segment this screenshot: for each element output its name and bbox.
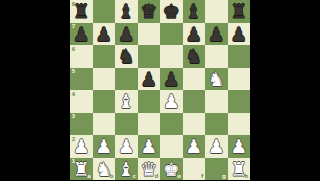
rank-label-5: 5: [72, 69, 76, 75]
black-pawn-piece[interactable]: ♟: [230, 23, 247, 46]
square-e6[interactable]: [160, 45, 183, 68]
square-a5[interactable]: 5: [70, 68, 93, 91]
white-bishop-piece[interactable]: ♝: [118, 90, 135, 113]
square-g5[interactable]: ♞: [205, 68, 228, 91]
square-g7[interactable]: ♟: [205, 23, 228, 46]
square-d7[interactable]: [138, 23, 161, 46]
white-knight-piece[interactable]: ♞: [208, 68, 225, 91]
square-b5[interactable]: [93, 68, 116, 91]
square-d2[interactable]: ♟: [138, 135, 161, 158]
letterbox-background: 8♜♝♛♚♝♜7♟♟♟♟♟♟6♞♞5♟♟♞4♝♟32♟♟♟♟♟♟♟1a♜b♞c♝…: [0, 0, 320, 180]
square-h5[interactable]: [228, 68, 251, 91]
white-rook-piece[interactable]: ♜: [230, 158, 247, 181]
square-e5[interactable]: ♟: [160, 68, 183, 91]
square-g1[interactable]: g: [205, 158, 228, 181]
square-a8[interactable]: 8♜: [70, 0, 93, 23]
square-a2[interactable]: 2♟: [70, 135, 93, 158]
square-f5[interactable]: [183, 68, 206, 91]
white-pawn-piece[interactable]: ♟: [73, 135, 90, 158]
square-d1[interactable]: d♛: [138, 158, 161, 181]
file-label-g: g: [222, 174, 226, 180]
black-pawn-piece[interactable]: ♟: [95, 23, 112, 46]
square-e4[interactable]: ♟: [160, 90, 183, 113]
white-king-piece[interactable]: ♚: [163, 158, 180, 181]
square-e2[interactable]: [160, 135, 183, 158]
square-e1[interactable]: e♚: [160, 158, 183, 181]
square-e8[interactable]: ♚: [160, 0, 183, 23]
square-e3[interactable]: [160, 113, 183, 136]
white-pawn-piece[interactable]: ♟: [140, 135, 157, 158]
square-c4[interactable]: ♝: [115, 90, 138, 113]
black-pawn-piece[interactable]: ♟: [208, 23, 225, 46]
rank-label-6: 6: [72, 47, 76, 53]
black-bishop-piece[interactable]: ♝: [185, 0, 202, 23]
square-a7[interactable]: 7♟: [70, 23, 93, 46]
square-h1[interactable]: h♜: [228, 158, 251, 181]
square-d6[interactable]: [138, 45, 161, 68]
square-c5[interactable]: [115, 68, 138, 91]
square-d5[interactable]: ♟: [138, 68, 161, 91]
black-knight-piece[interactable]: ♞: [118, 45, 135, 68]
square-a4[interactable]: 4: [70, 90, 93, 113]
square-g3[interactable]: [205, 113, 228, 136]
square-d8[interactable]: ♛: [138, 0, 161, 23]
square-f1[interactable]: f: [183, 158, 206, 181]
square-b8[interactable]: [93, 0, 116, 23]
square-h3[interactable]: [228, 113, 251, 136]
square-g6[interactable]: [205, 45, 228, 68]
black-queen-piece[interactable]: ♛: [140, 0, 157, 23]
square-h8[interactable]: ♜: [228, 0, 251, 23]
square-b7[interactable]: ♟: [93, 23, 116, 46]
square-a1[interactable]: 1a♜: [70, 158, 93, 181]
square-f3[interactable]: [183, 113, 206, 136]
black-pawn-piece[interactable]: ♟: [140, 68, 157, 91]
black-pawn-piece[interactable]: ♟: [73, 23, 90, 46]
square-f4[interactable]: [183, 90, 206, 113]
rank-label-3: 3: [72, 114, 76, 120]
square-c7[interactable]: ♟: [115, 23, 138, 46]
black-king-piece[interactable]: ♚: [163, 0, 180, 23]
black-pawn-piece[interactable]: ♟: [118, 23, 135, 46]
black-rook-piece[interactable]: ♜: [73, 0, 90, 23]
square-f6[interactable]: ♞: [183, 45, 206, 68]
black-rook-piece[interactable]: ♜: [230, 0, 247, 23]
white-pawn-piece[interactable]: ♟: [95, 135, 112, 158]
rank-label-4: 4: [72, 92, 76, 98]
square-d3[interactable]: [138, 113, 161, 136]
black-bishop-piece[interactable]: ♝: [118, 0, 135, 23]
white-bishop-piece[interactable]: ♝: [118, 158, 135, 181]
white-pawn-piece[interactable]: ♟: [230, 135, 247, 158]
square-g2[interactable]: ♟: [205, 135, 228, 158]
white-pawn-piece[interactable]: ♟: [118, 135, 135, 158]
square-b4[interactable]: [93, 90, 116, 113]
square-b2[interactable]: ♟: [93, 135, 116, 158]
square-c6[interactable]: ♞: [115, 45, 138, 68]
white-knight-piece[interactable]: ♞: [95, 158, 112, 181]
square-f7[interactable]: ♟: [183, 23, 206, 46]
square-f8[interactable]: ♝: [183, 0, 206, 23]
black-pawn-piece[interactable]: ♟: [185, 23, 202, 46]
square-e7[interactable]: [160, 23, 183, 46]
white-queen-piece[interactable]: ♛: [140, 158, 157, 181]
square-a6[interactable]: 6: [70, 45, 93, 68]
black-pawn-piece[interactable]: ♟: [163, 68, 180, 91]
square-f2[interactable]: ♟: [183, 135, 206, 158]
black-knight-piece[interactable]: ♞: [185, 45, 202, 68]
square-a3[interactable]: 3: [70, 113, 93, 136]
square-c2[interactable]: ♟: [115, 135, 138, 158]
square-h6[interactable]: [228, 45, 251, 68]
white-pawn-piece[interactable]: ♟: [185, 135, 202, 158]
square-b1[interactable]: b♞: [93, 158, 116, 181]
square-b3[interactable]: [93, 113, 116, 136]
chess-board: 8♜♝♛♚♝♜7♟♟♟♟♟♟6♞♞5♟♟♞4♝♟32♟♟♟♟♟♟♟1a♜b♞c♝…: [70, 0, 250, 180]
white-pawn-piece[interactable]: ♟: [163, 90, 180, 113]
square-d4[interactable]: [138, 90, 161, 113]
file-label-f: f: [201, 174, 203, 180]
square-c1[interactable]: c♝: [115, 158, 138, 181]
white-pawn-piece[interactable]: ♟: [208, 135, 225, 158]
square-g4[interactable]: [205, 90, 228, 113]
square-h2[interactable]: ♟: [228, 135, 251, 158]
square-h7[interactable]: ♟: [228, 23, 251, 46]
white-rook-piece[interactable]: ♜: [73, 158, 90, 181]
square-h4[interactable]: [228, 90, 251, 113]
square-g8[interactable]: [205, 0, 228, 23]
square-b6[interactable]: [93, 45, 116, 68]
square-c8[interactable]: ♝: [115, 0, 138, 23]
square-c3[interactable]: [115, 113, 138, 136]
